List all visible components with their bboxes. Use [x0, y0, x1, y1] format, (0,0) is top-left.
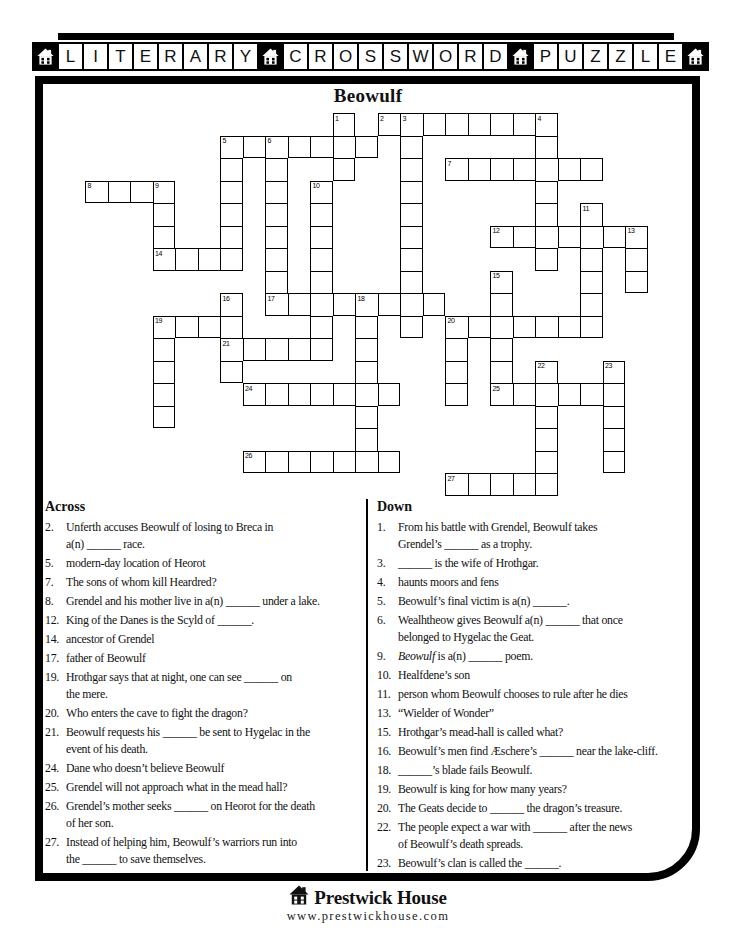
grid-cell-r9c6[interactable]: [220, 316, 243, 339]
clue-number: 4.: [377, 574, 398, 591]
grid-cell-r15c11[interactable]: [333, 451, 356, 474]
grid-cell-r5c24[interactable]: 13: [625, 226, 648, 249]
page: { "game": "crossword", "title": "Beowulf…: [0, 0, 736, 952]
cell-number: 10: [313, 182, 320, 189]
grid-cell-r2c21[interactable]: [558, 158, 581, 181]
cell-number: 17: [268, 295, 275, 302]
clue-item: 8.Grendel and his mother live in a(n) __…: [45, 593, 362, 610]
banner-house-icon: [257, 42, 284, 71]
clue-text: ancestor of Grendel: [66, 631, 362, 648]
grid-cell-r6c24[interactable]: [625, 248, 648, 271]
grid-cell-r10c10[interactable]: [310, 338, 333, 361]
grid-cell-r3c1[interactable]: [108, 181, 131, 204]
banner-letter-tile: A: [182, 42, 209, 71]
grid-cell-r5c19[interactable]: [513, 226, 536, 249]
grid-cell-r5c3[interactable]: [153, 226, 176, 249]
grid-cell-r3c10[interactable]: 10: [310, 181, 333, 204]
clue-item: 20.The Geats decide to ______ the dragon…: [377, 800, 698, 817]
clue-text: ______’s blade fails Beowulf.: [398, 762, 698, 779]
grid-cell-r11c23[interactable]: 23: [603, 361, 626, 384]
grid-cell-r15c23[interactable]: [603, 451, 626, 474]
grid-cell-r2c19[interactable]: [513, 158, 536, 181]
grid-cell-r1c6[interactable]: 5: [220, 136, 243, 159]
grid-cell-r5c10[interactable]: [310, 226, 333, 249]
grid-cell-r9c20[interactable]: [535, 316, 558, 339]
down-clue-list: 1.From his battle with Grendel, Beowulf …: [377, 519, 698, 872]
cell-number: 9: [155, 182, 159, 189]
grid-cell-r16c19[interactable]: [513, 473, 536, 496]
grid-cell-r12c19[interactable]: [513, 383, 536, 406]
clue-item: 5.modern-day location of Heorot: [45, 555, 362, 572]
grid-cell-r1c11[interactable]: [333, 136, 356, 159]
grid-cell-r8c13[interactable]: [378, 293, 401, 316]
grid-cell-r5c18[interactable]: 12: [490, 226, 513, 249]
grid-cell-r5c23[interactable]: [603, 226, 626, 249]
grid-cell-r4c6[interactable]: [220, 203, 243, 226]
clue-item: 11.person whom Beowulf chooses to rule a…: [377, 686, 698, 703]
cell-number: 19: [155, 317, 162, 324]
grid-cell-r7c18[interactable]: 15: [490, 271, 513, 294]
grid-cell-r12c8[interactable]: [265, 383, 288, 406]
grid-cell-r11c20[interactable]: 22: [535, 361, 558, 384]
clue-number: 11.: [377, 686, 398, 703]
grid-cell-r9c14[interactable]: [400, 316, 423, 339]
grid-cell-r0c13[interactable]: 2: [378, 113, 401, 136]
banner-letter-tile: R: [157, 42, 184, 71]
cell-number: 16: [223, 295, 230, 302]
clue-text: The people expect a war with ______ afte…: [398, 819, 698, 853]
clue-number: 9.: [377, 648, 398, 665]
grid-cell-r0c15[interactable]: [423, 113, 446, 136]
grid-cell-r2c22[interactable]: [580, 158, 603, 181]
cell-number: 2: [380, 115, 384, 122]
clue-item: 23.Beowulf’s clan is called the ______.: [377, 855, 698, 872]
grid-cell-r12c22[interactable]: [580, 383, 603, 406]
grid-cell-r3c6[interactable]: [220, 181, 243, 204]
clue-item: 21.Beowulf requests his ______ be sent t…: [45, 724, 362, 758]
grid-cell-r0c16[interactable]: [445, 113, 468, 136]
grid-cell-r10c8[interactable]: [265, 338, 288, 361]
clue-item: 2.Unferth accuses Beowulf of losing to B…: [45, 519, 362, 553]
clue-item: 15.Hrothgar’s mead-hall is called what?: [377, 724, 698, 741]
grid-cell-r14c12[interactable]: [355, 428, 378, 451]
grid-cell-r15c8[interactable]: [265, 451, 288, 474]
clue-text: Beowulf’s clan is called the ______.: [398, 855, 698, 872]
grid-cell-r12c18[interactable]: 25: [490, 383, 513, 406]
grid-cell-r16c17[interactable]: [468, 473, 491, 496]
clue-text: Grendel will not approach what in the me…: [66, 779, 362, 796]
grid-cell-r0c20[interactable]: 4: [535, 113, 558, 136]
grid-cell-r11c16[interactable]: [445, 361, 468, 384]
puzzle-title: Beowulf: [0, 85, 736, 107]
grid-cell-r5c22[interactable]: [580, 226, 603, 249]
banner-letter-tile: I: [82, 42, 109, 71]
clue-text: modern-day location of Heorot: [66, 555, 362, 572]
clue-text: Instead of helping him, Beowulf’s warrio…: [66, 834, 362, 868]
grid-cell-r16c16[interactable]: 27: [445, 473, 468, 496]
clue-number: 5.: [45, 555, 66, 572]
clue-item: 24.Dane who doesn’t believe Beowulf: [45, 760, 362, 777]
grid-cell-r9c18[interactable]: [490, 316, 513, 339]
grid-cell-r0c14[interactable]: 3: [400, 113, 423, 136]
grid-cell-r2c14[interactable]: [400, 158, 423, 181]
clue-text: Beowulf’s final victim is a(n) ______.: [398, 593, 698, 610]
clue-text: Grendel’s mother seeks ______ on Heorot …: [66, 798, 362, 832]
clue-number: 5.: [377, 593, 398, 610]
clue-number: 26.: [45, 798, 66, 832]
grid-cell-r15c10[interactable]: [310, 451, 333, 474]
grid-cell-r12c11[interactable]: [333, 383, 356, 406]
banner-letter-tile: O: [432, 42, 459, 71]
clue-number: 20.: [377, 800, 398, 817]
clue-item: 19.Beowulf is king for how many years?: [377, 781, 698, 798]
cell-number: 24: [245, 385, 252, 392]
clue-text: Hrothgar’s mead-hall is called what?: [398, 724, 698, 741]
grid-cell-r9c4[interactable]: [175, 316, 198, 339]
grid-cell-r6c14[interactable]: [400, 248, 423, 271]
banner-letter-tile: Z: [582, 42, 609, 71]
clue-number: 8.: [45, 593, 66, 610]
grid-cell-r6c22[interactable]: [580, 248, 603, 271]
grid-cell-r5c6[interactable]: [220, 226, 243, 249]
grid-cell-r3c20[interactable]: [535, 181, 558, 204]
grid-cell-r9c17[interactable]: [468, 316, 491, 339]
grid-cell-r14c23[interactable]: [603, 428, 626, 451]
grid-cell-r16c18[interactable]: [490, 473, 513, 496]
grid-cell-r12c10[interactable]: [310, 383, 333, 406]
grid-cell-r15c13[interactable]: [378, 451, 401, 474]
grid-cell-r6c5[interactable]: [198, 248, 221, 271]
grid-cell-r5c14[interactable]: [400, 226, 423, 249]
grid-cell-r10c12[interactable]: [355, 338, 378, 361]
clue-number: 25.: [45, 779, 66, 796]
cell-number: 13: [628, 227, 635, 234]
cell-number: 4: [538, 115, 542, 122]
banner-letter-tile: L: [57, 42, 84, 71]
grid-cell-r6c8[interactable]: [265, 248, 288, 271]
grid-cell-r10c7[interactable]: [243, 338, 266, 361]
clue-number: 23.: [377, 855, 398, 872]
grid-cell-r8c12[interactable]: 18: [355, 293, 378, 316]
grid-cell-r15c9[interactable]: [288, 451, 311, 474]
cell-number: 14: [155, 250, 162, 257]
cell-number: 3: [403, 115, 407, 122]
clue-item: 5.Beowulf’s final victim is a(n) ______.: [377, 593, 698, 610]
clue-item: 10.Healfdene’s son: [377, 667, 698, 684]
footer-brand-text: Prestwick House: [314, 887, 446, 909]
grid-cell-r1c9[interactable]: [288, 136, 311, 159]
grid-cell-r12c3[interactable]: [153, 383, 176, 406]
grid-cell-r12c20[interactable]: [535, 383, 558, 406]
grid-cell-r9c12[interactable]: [355, 316, 378, 339]
grid-cell-r10c16[interactable]: [445, 338, 468, 361]
clue-text: father of Beowulf: [66, 650, 362, 667]
grid-cell-r3c2[interactable]: [130, 181, 153, 204]
banner-letter-tile: R: [457, 42, 484, 71]
cell-number: 1: [335, 115, 339, 122]
clue-number: 6.: [377, 612, 398, 646]
banner-house-icon: [682, 42, 709, 71]
across-clue-list: 2.Unferth accuses Beowulf of losing to B…: [45, 519, 362, 868]
clue-number: 16.: [377, 743, 398, 760]
grid-cell-r3c0[interactable]: 8: [85, 181, 108, 204]
grid-cell-r9c19[interactable]: [513, 316, 536, 339]
grid-cell-r14c20[interactable]: [535, 428, 558, 451]
grid-cell-r13c20[interactable]: [535, 406, 558, 429]
clue-item: 4.haunts moors and fens: [377, 574, 698, 591]
banner-letter-tile: E: [657, 42, 684, 71]
title-banner: LITERARYCROSSWORDPUZZLE: [32, 42, 709, 71]
grid-cell-r8c8[interactable]: 17: [265, 293, 288, 316]
clue-number: 15.: [377, 724, 398, 741]
banner-letter-tile: C: [282, 42, 309, 71]
grid-cell-r3c8[interactable]: [265, 181, 288, 204]
clue-number: 24.: [45, 760, 66, 777]
clue-text: Beowulf is a(n) ______ poem.: [398, 648, 698, 665]
grid-cell-r1c14[interactable]: [400, 136, 423, 159]
clue-number: 3.: [377, 555, 398, 572]
cell-number: 21: [223, 340, 230, 347]
clue-item: 16.Beowulf’s men find Æschere’s ______ n…: [377, 743, 698, 760]
cell-number: 18: [358, 295, 365, 302]
grid-cell-r5c20[interactable]: [535, 226, 558, 249]
grid-cell-r4c22[interactable]: 11: [580, 203, 603, 226]
grid-cell-r2c18[interactable]: [490, 158, 513, 181]
grid-cell-r1c20[interactable]: [535, 136, 558, 159]
banner-letter-tile: U: [557, 42, 584, 71]
grid-cell-r6c10[interactable]: [310, 248, 333, 271]
grid-cell-r6c3[interactable]: 14: [153, 248, 176, 271]
grid-cell-r10c6[interactable]: 21: [220, 338, 243, 361]
clue-text: The sons of whom kill Heardred?: [66, 574, 362, 591]
clue-text: Unferth accuses Beowulf of losing to Bre…: [66, 519, 362, 553]
grid-cell-r12c23[interactable]: [603, 383, 626, 406]
grid-cell-r15c20[interactable]: [535, 451, 558, 474]
grid-cell-r5c21[interactable]: [558, 226, 581, 249]
clue-item: 9.Beowulf is a(n) ______ poem.: [377, 648, 698, 665]
grid-cell-r10c3[interactable]: [153, 338, 176, 361]
grid-cell-r2c17[interactable]: [468, 158, 491, 181]
banner-letter-tile: P: [532, 42, 559, 71]
banner-letter-tile: Z: [607, 42, 634, 71]
grid-cell-r12c13[interactable]: [378, 383, 401, 406]
clue-number: 1.: [377, 519, 398, 553]
grid-cell-r8c18[interactable]: [490, 293, 513, 316]
clue-item: 27.Instead of helping him, Beowulf’s war…: [45, 834, 362, 868]
cell-number: 15: [493, 272, 500, 279]
grid-cell-r10c9[interactable]: [288, 338, 311, 361]
grid-cell-r4c20[interactable]: [535, 203, 558, 226]
grid-cell-r2c6[interactable]: [220, 158, 243, 181]
grid-cell-r12c21[interactable]: [558, 383, 581, 406]
clue-number: 14.: [45, 631, 66, 648]
grid-cell-r4c3[interactable]: [153, 203, 176, 226]
clue-number: 7.: [45, 574, 66, 591]
clue-text: Who enters the cave to fight the dragon?: [66, 705, 362, 722]
clue-number: 27.: [45, 834, 66, 868]
grid-cell-r7c22[interactable]: [580, 271, 603, 294]
grid-cell-r12c7[interactable]: 24: [243, 383, 266, 406]
grid-cell-r2c16[interactable]: 7: [445, 158, 468, 181]
grid-cell-r1c12[interactable]: [355, 136, 378, 159]
prestwick-house-logo-icon: [289, 885, 309, 910]
clue-number: 12.: [45, 612, 66, 629]
down-heading: Down: [377, 499, 698, 515]
grid-cell-r2c11[interactable]: [333, 158, 356, 181]
grid-cell-r12c12[interactable]: [355, 383, 378, 406]
grid-cell-r1c10[interactable]: [310, 136, 333, 159]
grid-cell-r11c12[interactable]: [355, 361, 378, 384]
grid-cell-r12c9[interactable]: [288, 383, 311, 406]
clue-item: 22.The people expect a war with ______ a…: [377, 819, 698, 853]
grid-cell-r11c6[interactable]: [220, 361, 243, 384]
cell-number: 27: [448, 475, 455, 482]
clue-item: 3.______ is the wife of Hrothgar.: [377, 555, 698, 572]
clue-item: 12.King of the Danes is the Scyld of ___…: [45, 612, 362, 629]
cell-number: 5: [223, 137, 227, 144]
grid-cell-r13c23[interactable]: [603, 406, 626, 429]
cell-number: 20: [448, 317, 455, 324]
clue-number: 19.: [377, 781, 398, 798]
clue-number: 13.: [377, 705, 398, 722]
clue-text: Wealhtheow gives Beowulf a(n) ______ tha…: [398, 612, 698, 646]
clue-text: haunts moors and fens: [398, 574, 698, 591]
grid-cell-r7c8[interactable]: [265, 271, 288, 294]
cell-number: 22: [538, 362, 545, 369]
grid-cell-r10c18[interactable]: [490, 338, 513, 361]
clue-item: 19.Hrothgar says that at night, one can …: [45, 669, 362, 703]
clue-text: Hrothgar says that at night, one can see…: [66, 669, 362, 703]
clue-text: Beowulf’s men find Æschere’s ______ near…: [398, 743, 698, 760]
clue-item: 14.ancestor of Grendel: [45, 631, 362, 648]
grid-cell-r2c8[interactable]: [265, 158, 288, 181]
grid-cell-r3c3[interactable]: 9: [153, 181, 176, 204]
grid-cell-r0c19[interactable]: [513, 113, 536, 136]
grid-cell-r9c22[interactable]: [580, 316, 603, 339]
banner-letter-tile: T: [107, 42, 134, 71]
clue-text: King of the Danes is the Scyld of ______…: [66, 612, 362, 629]
grid-cell-r6c4[interactable]: [175, 248, 198, 271]
clue-item: 7.The sons of whom kill Heardred?: [45, 574, 362, 591]
grid-cell-r15c7[interactable]: 26: [243, 451, 266, 474]
crossword-grid: 1234567891011121314151617181920212223242…: [85, 113, 648, 496]
grid-cell-r0c17[interactable]: [468, 113, 491, 136]
clue-number: 19.: [45, 669, 66, 703]
clue-item: 20.Who enters the cave to fight the drag…: [45, 705, 362, 722]
banner-letter-tile: D: [482, 42, 509, 71]
clue-number: 2.: [45, 519, 66, 553]
banner-letter-tile: R: [307, 42, 334, 71]
clue-item: 26.Grendel’s mother seeks ______ on Heor…: [45, 798, 362, 832]
grid-cell-r5c8[interactable]: [265, 226, 288, 249]
grid-cell-r8c9[interactable]: [288, 293, 311, 316]
grid-cell-r7c24[interactable]: [625, 271, 648, 294]
grid-cell-r8c15[interactable]: [423, 293, 446, 316]
clue-number: 10.: [377, 667, 398, 684]
clue-item: 6.Wealhtheow gives Beowulf a(n) ______ t…: [377, 612, 698, 646]
banner-letter-tile: Y: [232, 42, 259, 71]
clue-text: “Wielder of Wonder”: [398, 705, 698, 722]
down-clues-column: Down 1.From his battle with Grendel, Beo…: [377, 499, 698, 874]
grid-cell-r4c8[interactable]: [265, 203, 288, 226]
grid-cell-r0c18[interactable]: [490, 113, 513, 136]
cell-number: 7: [448, 160, 452, 167]
grid-cell-r7c14[interactable]: [400, 271, 423, 294]
grid-cell-r8c11[interactable]: [333, 293, 356, 316]
clue-item: 13.“Wielder of Wonder”: [377, 705, 698, 722]
clue-text: ______ is the wife of Hrothgar.: [398, 555, 698, 572]
banner-letter-tile: L: [632, 42, 659, 71]
grid-cell-r2c20[interactable]: [535, 158, 558, 181]
grid-cell-r4c10[interactable]: [310, 203, 333, 226]
footer-brand: Prestwick House: [0, 885, 736, 910]
footer-url: www.prestwickhouse.com: [0, 909, 736, 924]
grid-cell-r12c16[interactable]: [445, 383, 468, 406]
clue-text: Healfdene’s son: [398, 667, 698, 684]
grid-cell-r7c10[interactable]: [310, 271, 333, 294]
top-rule: [58, 33, 674, 40]
clue-item: 17.father of Beowulf: [45, 650, 362, 667]
grid-cell-r9c10[interactable]: [310, 316, 333, 339]
clue-item: 18.______’s blade fails Beowulf.: [377, 762, 698, 779]
clue-text: Beowulf requests his ______ be sent to H…: [66, 724, 362, 758]
cell-number: 6: [268, 137, 272, 144]
cell-number: 26: [245, 452, 252, 459]
clue-text: Grendel and his mother live in a(n) ____…: [66, 593, 362, 610]
grid-cell-r11c3[interactable]: [153, 361, 176, 384]
grid-cell-r6c20[interactable]: [535, 248, 558, 271]
grid-cell-r8c14[interactable]: [400, 293, 423, 316]
banner-letter-tile: O: [332, 42, 359, 71]
banner-letter-tile: W: [407, 42, 434, 71]
grid-cell-r0c11[interactable]: 1: [333, 113, 356, 136]
banner-house-icon: [32, 42, 59, 71]
grid-cell-r1c7[interactable]: [243, 136, 266, 159]
clue-number: 17.: [45, 650, 66, 667]
clue-number: 22.: [377, 819, 398, 853]
clue-text: The Geats decide to ______ the dragon’s …: [398, 800, 698, 817]
banner-house-icon: [507, 42, 534, 71]
grid-cell-r8c10[interactable]: [310, 293, 333, 316]
grid-cell-r9c5[interactable]: [198, 316, 221, 339]
grid-cell-r13c12[interactable]: [355, 406, 378, 429]
clue-column-divider: [366, 499, 368, 871]
grid-cell-r13c3[interactable]: [153, 406, 176, 429]
grid-cell-r4c14[interactable]: [400, 203, 423, 226]
grid-cell-r15c12[interactable]: [355, 451, 378, 474]
grid-cell-r9c3[interactable]: 19: [153, 316, 176, 339]
across-clues-column: Across 2.Unferth accuses Beowulf of losi…: [45, 499, 362, 870]
grid-cell-r9c16[interactable]: 20: [445, 316, 468, 339]
banner-letter-tile: R: [207, 42, 234, 71]
grid-cell-r8c22[interactable]: [580, 293, 603, 316]
grid-cell-r1c8[interactable]: 6: [265, 136, 288, 159]
clue-item: 1.From his battle with Grendel, Beowulf …: [377, 519, 698, 553]
grid-cell-r9c21[interactable]: [558, 316, 581, 339]
grid-cell-r8c6[interactable]: 16: [220, 293, 243, 316]
banner-letter-tile: S: [357, 42, 384, 71]
cell-number: 12: [493, 227, 500, 234]
grid-cell-r3c14[interactable]: [400, 181, 423, 204]
clue-number: 18.: [377, 762, 398, 779]
across-heading: Across: [45, 499, 362, 515]
grid-cell-r6c6[interactable]: [220, 248, 243, 271]
clue-text: person whom Beowulf chooses to rule afte…: [398, 686, 698, 703]
cell-number: 8: [88, 182, 92, 189]
grid-cell-r16c20[interactable]: [535, 473, 558, 496]
grid-cell-r11c18[interactable]: [490, 361, 513, 384]
clue-text: From his battle with Grendel, Beowulf ta…: [398, 519, 698, 553]
